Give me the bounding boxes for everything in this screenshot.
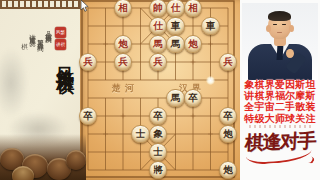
poem-column-1: 凡尘世事如棋局 [44,26,52,33]
presenter-ear [266,25,271,32]
xiangqi-piece-帥r-f5r1[interactable]: 帥 [149,0,168,17]
xiangqi-piece-車b-f6r2[interactable]: 車 [166,17,185,36]
lattice-border [0,0,80,9]
presenter-hair [268,11,291,21]
wood-piece [66,150,86,170]
left-calligraphy-panel: 风繁 讲棋 风繁讲棋 凡尘世事如棋局 繁星点点落枰间 讲评论道万人赞 棋 [0,0,80,180]
xiangqi-piece-象b-f5r8[interactable]: 象 [149,125,168,144]
xiangqi-piece-炮b-f9r10[interactable]: 炮 [219,161,238,180]
presenter-ear [289,25,294,32]
xiangqi-piece-士b-f5r9[interactable]: 士 [149,143,168,162]
xiangqi-piece-相r-f3r1[interactable]: 相 [114,0,133,17]
xiangqi-piece-卒b-f7r6[interactable]: 卒 [184,89,203,108]
xiangqi-piece-仕r-f6r1[interactable]: 仕 [166,0,185,17]
xiangqi-piece-卒b-f1r7[interactable]: 卒 [79,107,98,126]
poem-column-2: 繁星点点落枰间 [36,34,44,41]
xiangqi-piece-炮b-f9r8[interactable]: 炮 [219,125,238,144]
xiangqi-piece-兵r-f3r4[interactable]: 兵 [114,53,133,72]
red-seal-stamp: 讲棋 [55,39,66,50]
xiangqi-piece-炮r-f3r3[interactable]: 炮 [114,35,133,54]
xiangqi-piece-炮r-f7r3[interactable]: 炮 [184,35,203,54]
xiangqi-piece-馬r-f5r3[interactable]: 馬 [149,35,168,54]
presenter-tie [277,45,284,60]
xiangqi-board[interactable]: 楚河 汉界 相帥仕相仕車車炮馬馬炮兵兵兵兵馬卒卒卒卒士象炮士將炮 [80,0,240,180]
xiangqi-piece-卒b-f9r7[interactable]: 卒 [219,107,238,126]
xiangqi-piece-馬b-f6r3[interactable]: 馬 [166,35,185,54]
slogan-line-4: 特级大师球关注 [240,113,320,124]
xiangqi-piece-士b-f4r8[interactable]: 士 [131,125,150,144]
xiangqi-piece-仕r-f5r2[interactable]: 仕 [149,17,168,36]
xiangqi-piece-卒b-f5r7[interactable]: 卒 [149,107,168,126]
xiangqi-piece-馬b-f6r6[interactable]: 馬 [166,89,185,108]
slogan-line-2: 讲棋界福尔摩斯 [240,90,320,101]
xiangqi-piece-將b-f5r10[interactable]: 將 [149,161,168,180]
xiangqi-piece-兵r-f9r4[interactable]: 兵 [219,53,238,72]
video-thumbnail: 风繁 讲棋 风繁讲棋 凡尘世事如棋局 繁星点点落枰间 讲评论道万人赞 棋 楚河 … [0,0,320,180]
poem-column-3: 讲评论道万人赞 [28,29,36,36]
slogan-line-3: 全宇宙二手散装 [240,101,320,112]
slogan-line-1: 象棋界爱因斯坦 [240,79,320,90]
wood-piece [12,166,34,180]
poem-column-4: 棋 [20,38,28,39]
ink-wash-decoration [0,48,28,118]
presenter-hand [286,49,294,58]
wooden-pieces-photo [0,134,86,180]
piece-grid[interactable]: 相帥仕相仕車車炮馬馬炮兵兵兵兵馬卒卒卒卒士象炮士將炮 [79,0,237,179]
presenter-mouth [277,32,282,33]
red-seal-stamp: 风繁 [55,27,66,38]
move-highlight-dot [206,76,215,85]
xiangqi-piece-車b-f8r2[interactable]: 車 [201,17,220,36]
xiangqi-piece-兵r-f1r4[interactable]: 兵 [79,53,98,72]
slogan-block: 象棋界爱因斯坦 讲棋界福尔摩斯 全宇宙二手散装 特级大师球关注 [240,79,320,124]
presenter-photo [242,3,318,80]
right-presenter-panel: 象棋界爱因斯坦 讲棋界福尔摩斯 全宇宙二手散装 特级大师球关注 棋逢对手 [240,0,320,180]
xiangqi-piece-兵r-f5r4[interactable]: 兵 [149,53,168,72]
mouse-cursor-icon [80,0,89,12]
xiangqi-piece-相r-f7r1[interactable]: 相 [184,0,203,17]
